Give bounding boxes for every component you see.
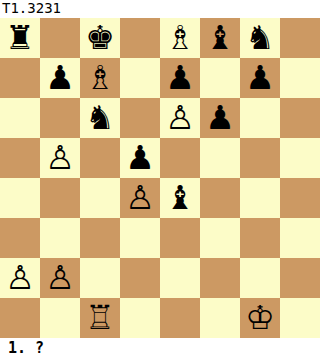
move-prompt: 1. ? (0, 338, 320, 360)
chess-board: ♜♚♗♝♞♟♗♟♟♞♙♟♙♟♙♝♙♙♖♔ (0, 18, 320, 338)
square-f4[interactable] (200, 178, 240, 218)
square-c5[interactable] (80, 138, 120, 178)
piece-black-pawn: ♟ (165, 58, 195, 98)
square-h3[interactable] (280, 218, 320, 258)
square-c4[interactable] (80, 178, 120, 218)
square-g6[interactable] (240, 98, 280, 138)
square-b6[interactable] (40, 98, 80, 138)
piece-white-rook: ♖ (85, 298, 115, 338)
piece-black-knight: ♞ (245, 18, 275, 58)
piece-white-pawn: ♙ (45, 258, 75, 298)
piece-black-pawn: ♟ (125, 138, 155, 178)
square-h5[interactable] (280, 138, 320, 178)
piece-black-rook: ♜ (5, 18, 35, 58)
square-e8[interactable]: ♗ (160, 18, 200, 58)
piece-black-pawn: ♟ (245, 58, 275, 98)
piece-white-bishop: ♗ (165, 18, 195, 58)
piece-black-king: ♚ (85, 18, 115, 58)
square-h6[interactable] (280, 98, 320, 138)
piece-black-pawn: ♟ (45, 58, 75, 98)
square-g4[interactable] (240, 178, 280, 218)
square-e2[interactable] (160, 258, 200, 298)
square-e4[interactable]: ♝ (160, 178, 200, 218)
square-g7[interactable]: ♟ (240, 58, 280, 98)
square-h1[interactable] (280, 298, 320, 338)
square-e1[interactable] (160, 298, 200, 338)
square-a4[interactable] (0, 178, 40, 218)
puzzle-id-label: T1.3231 (0, 0, 320, 18)
square-a1[interactable] (0, 298, 40, 338)
square-h4[interactable] (280, 178, 320, 218)
square-a6[interactable] (0, 98, 40, 138)
piece-black-knight: ♞ (85, 98, 115, 138)
square-c8[interactable]: ♚ (80, 18, 120, 58)
square-d8[interactable] (120, 18, 160, 58)
square-c1[interactable]: ♖ (80, 298, 120, 338)
piece-white-pawn: ♙ (165, 98, 195, 138)
square-a5[interactable] (0, 138, 40, 178)
square-a3[interactable] (0, 218, 40, 258)
square-f3[interactable] (200, 218, 240, 258)
piece-black-bishop: ♝ (165, 178, 195, 218)
square-b1[interactable] (40, 298, 80, 338)
square-e6[interactable]: ♙ (160, 98, 200, 138)
square-f7[interactable] (200, 58, 240, 98)
square-d3[interactable] (120, 218, 160, 258)
square-a8[interactable]: ♜ (0, 18, 40, 58)
piece-white-pawn: ♙ (125, 178, 155, 218)
square-d2[interactable] (120, 258, 160, 298)
square-a7[interactable] (0, 58, 40, 98)
square-f8[interactable]: ♝ (200, 18, 240, 58)
square-c2[interactable] (80, 258, 120, 298)
square-f2[interactable] (200, 258, 240, 298)
piece-black-pawn: ♟ (205, 98, 235, 138)
square-d5[interactable]: ♟ (120, 138, 160, 178)
square-c3[interactable] (80, 218, 120, 258)
piece-white-pawn: ♙ (45, 138, 75, 178)
puzzle-window: T1.3231 ♜♚♗♝♞♟♗♟♟♞♙♟♙♟♙♝♙♙♖♔ 1. ? (0, 0, 320, 360)
square-e7[interactable]: ♟ (160, 58, 200, 98)
square-b5[interactable]: ♙ (40, 138, 80, 178)
square-d1[interactable] (120, 298, 160, 338)
square-e3[interactable] (160, 218, 200, 258)
square-f1[interactable] (200, 298, 240, 338)
square-c6[interactable]: ♞ (80, 98, 120, 138)
square-b4[interactable] (40, 178, 80, 218)
square-b7[interactable]: ♟ (40, 58, 80, 98)
square-b3[interactable] (40, 218, 80, 258)
piece-white-king: ♔ (245, 298, 275, 338)
square-g8[interactable]: ♞ (240, 18, 280, 58)
square-g2[interactable] (240, 258, 280, 298)
square-b2[interactable]: ♙ (40, 258, 80, 298)
square-c7[interactable]: ♗ (80, 58, 120, 98)
square-f5[interactable] (200, 138, 240, 178)
square-h7[interactable] (280, 58, 320, 98)
square-g5[interactable] (240, 138, 280, 178)
square-g1[interactable]: ♔ (240, 298, 280, 338)
square-g3[interactable] (240, 218, 280, 258)
piece-white-bishop: ♗ (85, 58, 115, 98)
square-d7[interactable] (120, 58, 160, 98)
piece-black-bishop: ♝ (205, 18, 235, 58)
square-d6[interactable] (120, 98, 160, 138)
square-h8[interactable] (280, 18, 320, 58)
square-a2[interactable]: ♙ (0, 258, 40, 298)
square-f6[interactable]: ♟ (200, 98, 240, 138)
square-d4[interactable]: ♙ (120, 178, 160, 218)
square-b8[interactable] (40, 18, 80, 58)
square-h2[interactable] (280, 258, 320, 298)
piece-white-pawn: ♙ (5, 258, 35, 298)
square-e5[interactable] (160, 138, 200, 178)
